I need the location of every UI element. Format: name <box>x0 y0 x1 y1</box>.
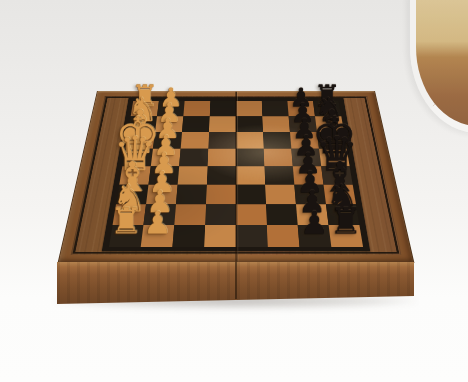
board-square <box>262 101 289 116</box>
board-square: ♟ <box>141 225 175 247</box>
board-square: ♜ <box>329 225 364 247</box>
board-square <box>263 132 291 149</box>
board-square <box>208 149 236 167</box>
board-square <box>179 149 208 167</box>
board-square <box>264 149 293 167</box>
board-square <box>204 225 236 247</box>
board-square <box>207 166 236 185</box>
board-square <box>208 132 236 149</box>
board-square <box>236 132 264 149</box>
board-square <box>206 185 236 205</box>
scene: ♜♟♟♜♞♟♟♞♝♟♟♝♚♟♟♚♛♟♟♛♝♟♟♝♞♟♟♞♜♟♟♜ <box>16 0 456 263</box>
board-square <box>265 185 296 205</box>
white-pawn: ♟ <box>143 209 171 238</box>
photo-stage: ♜♟♟♜♞♟♟♞♝♟♟♝♚♟♟♚♛♟♟♛♝♟♟♝♞♟♟♞♜♟♟♜ <box>0 0 468 382</box>
board-square <box>176 185 207 205</box>
board-square <box>236 185 266 205</box>
board-square <box>183 101 210 116</box>
board-square <box>236 204 267 225</box>
board-square <box>264 166 294 185</box>
black-rook: ♜ <box>330 204 362 237</box>
board-square <box>178 166 208 185</box>
board-square <box>205 204 236 225</box>
board-square <box>236 166 265 185</box>
board-square <box>236 101 262 116</box>
board-square: ♜ <box>109 225 144 247</box>
board-square <box>209 116 236 132</box>
board-square <box>266 204 298 225</box>
board-square <box>267 225 300 247</box>
chess-board: ♜♟♟♜♞♟♟♞♝♟♟♝♚♟♟♚♛♟♟♛♝♟♟♝♞♟♟♞♜♟♟♜ <box>58 91 415 263</box>
white-rook: ♜ <box>110 204 142 237</box>
board-square <box>181 132 209 149</box>
board-square <box>210 101 236 116</box>
board-square <box>236 225 268 247</box>
board-square <box>236 149 264 167</box>
board-square: ♟ <box>298 225 332 247</box>
front-hinge-seam <box>235 262 238 299</box>
board-square <box>262 116 290 132</box>
board-square <box>172 225 205 247</box>
board-square <box>174 204 206 225</box>
black-pawn: ♟ <box>300 209 328 238</box>
board-square <box>182 116 210 132</box>
board-square <box>236 116 263 132</box>
